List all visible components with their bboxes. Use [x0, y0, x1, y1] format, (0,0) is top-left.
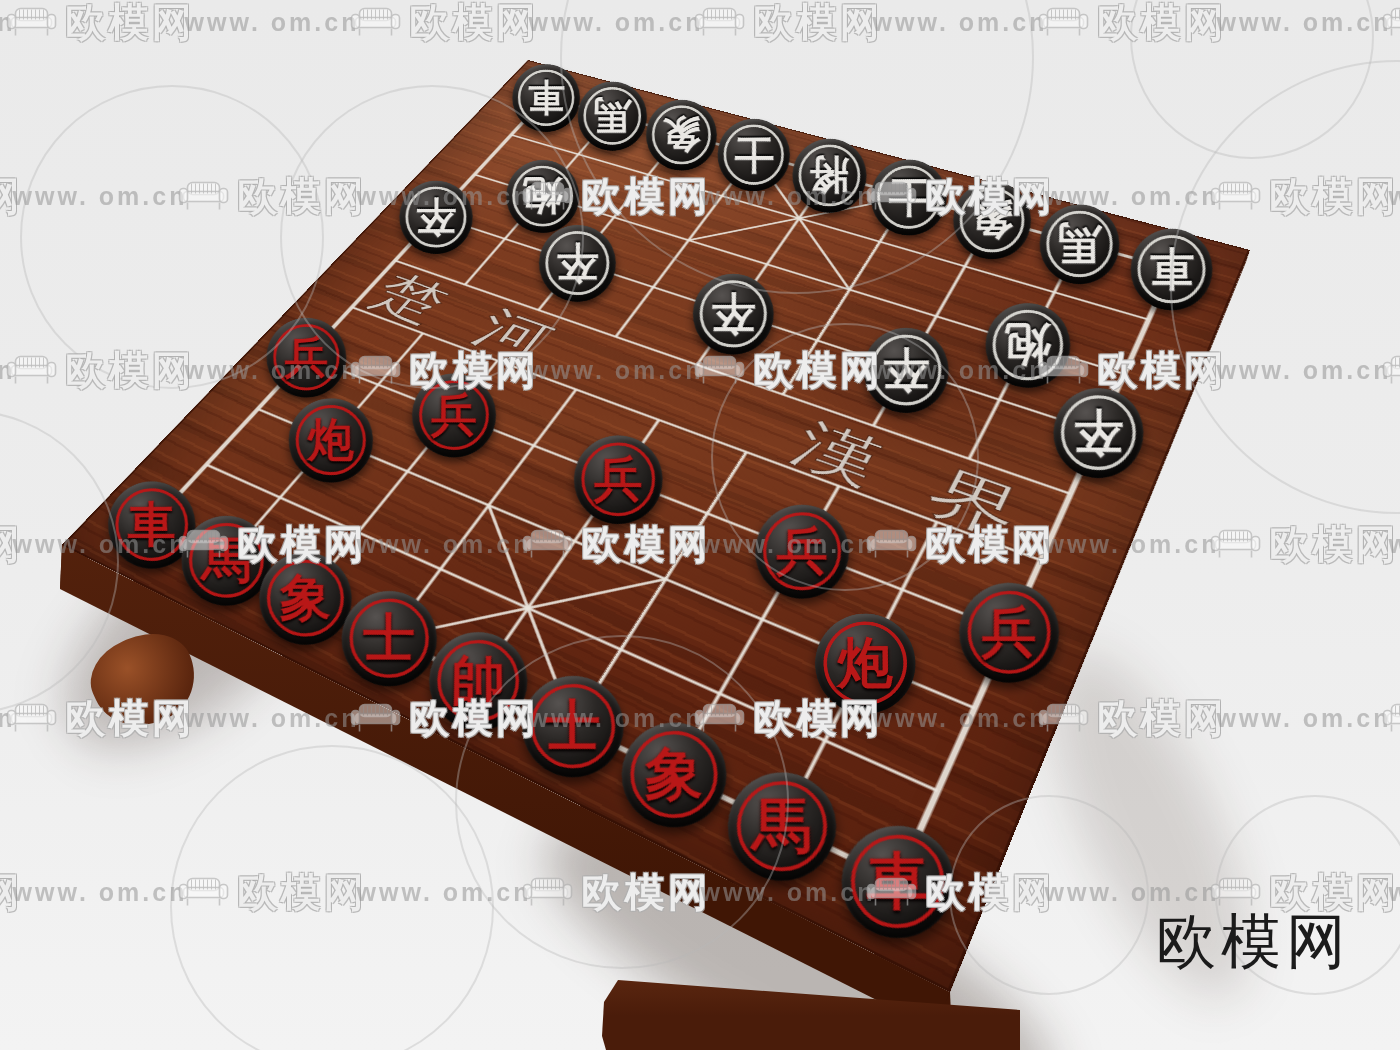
watermark-url-text: www. om.cn — [1217, 356, 1392, 385]
piece-character: 卒 — [1073, 408, 1123, 457]
sofa-icon — [1210, 179, 1262, 213]
watermark-url-text: www. om.cn — [0, 356, 15, 385]
sofa-icon — [1210, 527, 1262, 561]
watermark-url-text: www. om.cn — [873, 8, 1048, 37]
watermark-url: www. om.cn — [1389, 530, 1400, 559]
sofa-icon — [694, 5, 746, 39]
watermark-brand-text: 欧模网 — [238, 169, 367, 224]
site-logo: 欧模网 — [1156, 902, 1351, 983]
watermark-brand-text: 欧模网 — [66, 343, 195, 398]
watermark-brand-text: 欧模网 — [1098, 0, 1227, 50]
watermark-url: www. om.cn — [13, 182, 188, 211]
piece-character: 炮 — [307, 417, 354, 463]
piece-character: 士 — [363, 612, 416, 664]
watermark-url: www. om.cn — [0, 704, 15, 733]
watermark-circle — [1130, 0, 1374, 159]
watermark-brand: 欧模网 — [178, 169, 367, 224]
watermark-brand: 欧模网 — [6, 0, 195, 50]
piece-character: 象 — [662, 115, 701, 154]
sofa-icon — [6, 5, 58, 39]
sofa-icon — [1382, 353, 1400, 387]
watermark-url-text: www. om.cn — [1389, 878, 1400, 907]
piece-character: 兵 — [431, 392, 478, 438]
piece-character: 炮 — [1004, 321, 1051, 367]
watermark-url-text: www. om.cn — [0, 704, 15, 733]
watermark-url: www. om.cn — [1389, 182, 1400, 211]
piece-character: 炮 — [522, 176, 562, 216]
piece-character: 車 — [1149, 246, 1194, 291]
watermark-brand-text: 欧模网 — [754, 0, 883, 50]
watermark-brand-text: 欧模网 — [66, 0, 195, 50]
piece-character: 車 — [527, 79, 565, 116]
piece-character: 象 — [280, 572, 331, 623]
sofa-icon — [1038, 5, 1090, 39]
watermark-url-text: www. om.cn — [357, 878, 532, 907]
piece-character: 士 — [734, 134, 774, 174]
sofa-icon — [1382, 701, 1400, 735]
watermark-url: www. om.cn — [185, 8, 360, 37]
watermark-brand: 欧模网 — [1038, 0, 1227, 50]
watermark-brand-text: 欧模网 — [0, 865, 23, 920]
watermark-brand: 欧模网 — [1382, 343, 1400, 398]
piece-character: 車 — [127, 500, 175, 548]
piece-character: 卒 — [556, 242, 599, 284]
watermark-url-text: www. om.cn — [0, 8, 15, 37]
watermark-brand: 欧模网 — [1210, 169, 1399, 224]
piece-red-elephant[interactable]: 象 — [620, 722, 727, 827]
watermark-url: www. om.cn — [0, 356, 15, 385]
watermark-brand: 欧模网 — [0, 865, 23, 920]
render-canvas: 楚 河 漢 界 車馬象士將士象馬車炮炮卒卒卒卒卒兵兵兵兵兵炮炮車馬象士帥士象馬車… — [0, 0, 1400, 1050]
piece-character: 馬 — [1057, 222, 1101, 266]
piece-character: 將 — [809, 155, 850, 196]
watermark-url: www. om.cn — [1217, 704, 1392, 733]
watermark-url: www. om.cn — [1217, 8, 1392, 37]
piece-red-general[interactable]: 帥 — [428, 632, 529, 731]
piece-character: 卒 — [711, 291, 756, 335]
watermark-brand-text: 欧模网 — [0, 517, 23, 572]
watermark-url: www. om.cn — [0, 8, 15, 37]
watermark-brand: 欧模网 — [1382, 691, 1400, 746]
watermark-url-text: www. om.cn — [1389, 530, 1400, 559]
piece-character: 炮 — [837, 635, 893, 690]
watermark-circle — [170, 745, 494, 1050]
piece-character: 馬 — [201, 535, 251, 584]
piece-character: 兵 — [776, 525, 828, 576]
piece-character: 卒 — [882, 346, 929, 393]
sofa-icon — [350, 5, 402, 39]
sofa-icon — [1382, 5, 1400, 39]
sofa-icon — [178, 179, 230, 213]
watermark-brand-text: 欧模网 — [1270, 517, 1399, 572]
piece-character: 兵 — [594, 455, 643, 504]
watermark-brand: 欧模网 — [0, 517, 23, 572]
watermark-brand-text: 欧模网 — [410, 0, 539, 50]
watermark-url: www. om.cn — [1217, 356, 1392, 385]
piece-character: 馬 — [593, 97, 631, 135]
watermark-url: www. om.cn — [873, 8, 1048, 37]
watermark-url-text: www. om.cn — [185, 8, 360, 37]
piece-red-horse[interactable]: 馬 — [726, 772, 837, 881]
piece-red-chariot[interactable]: 車 — [840, 826, 955, 939]
watermark-url: www. om.cn — [529, 8, 704, 37]
watermark-url: www. om.cn — [1389, 878, 1400, 907]
piece-character: 士 — [888, 176, 930, 218]
sofa-icon — [6, 701, 58, 735]
watermark-url-text: www. om.cn — [13, 878, 188, 907]
sofa-icon — [178, 875, 230, 909]
watermark-url-text: www. om.cn — [13, 182, 188, 211]
watermark-brand: 欧模网 — [1382, 0, 1400, 50]
piece-character: 士 — [545, 698, 601, 754]
watermark-brand: 欧模网 — [1210, 517, 1399, 572]
piece-character: 車 — [866, 850, 928, 912]
watermark-brand-text: 欧模网 — [0, 169, 23, 224]
piece-character: 兵 — [284, 335, 328, 379]
piece-red-advisor[interactable]: 士 — [521, 676, 625, 778]
watermark-brand-text: 欧模网 — [238, 865, 367, 920]
piece-character: 帥 — [451, 653, 506, 707]
watermark-brand: 欧模网 — [350, 0, 539, 50]
piece-character: 兵 — [981, 604, 1036, 659]
piece-character: 馬 — [752, 796, 812, 855]
watermark-brand: 欧模网 — [694, 0, 883, 50]
watermark-brand-text: 欧模网 — [1270, 169, 1399, 224]
watermark-url-text: www. om.cn — [1217, 8, 1392, 37]
watermark-url-text: www. om.cn — [1389, 182, 1400, 211]
watermark-url-text: www. om.cn — [529, 8, 704, 37]
piece-character: 卒 — [416, 197, 457, 237]
piece-character: 象 — [645, 745, 703, 802]
watermark-brand: 欧模网 — [6, 343, 195, 398]
watermark-brand: 欧模网 — [0, 169, 23, 224]
piece-character: 象 — [970, 198, 1013, 241]
watermark-url: www. om.cn — [13, 878, 188, 907]
watermark-url: www. om.cn — [357, 878, 532, 907]
sofa-icon — [6, 353, 58, 387]
watermark-brand: 欧模网 — [178, 865, 367, 920]
watermark-url-text: www. om.cn — [1217, 704, 1392, 733]
